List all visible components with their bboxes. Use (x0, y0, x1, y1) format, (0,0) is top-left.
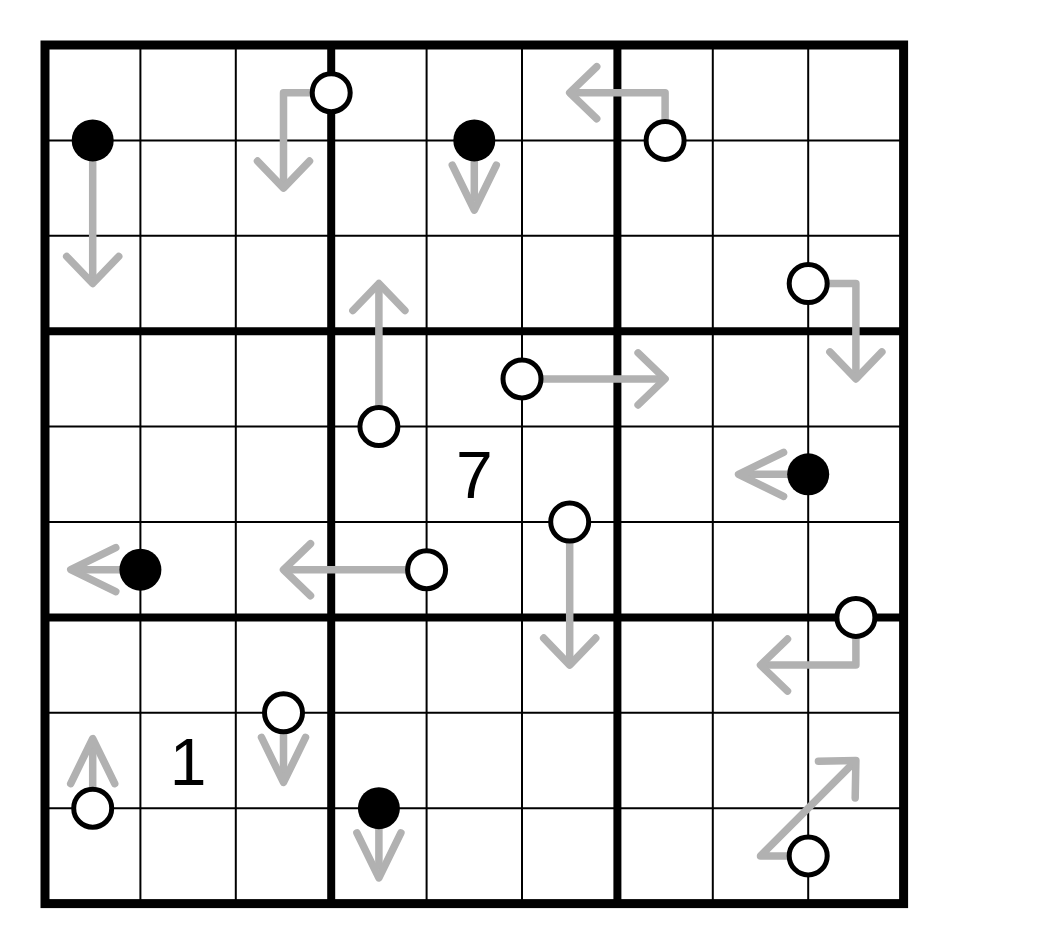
cell-r3c3[interactable] (236, 236, 331, 331)
cell-r2c8[interactable] (713, 140, 808, 235)
cell-r3c7[interactable] (617, 236, 712, 331)
white-circle-clue (789, 265, 827, 303)
cell-r7c4[interactable] (331, 617, 426, 712)
cell-r9c3[interactable] (236, 808, 331, 903)
cell-r2c6[interactable] (522, 140, 617, 235)
white-circle-clue (74, 789, 112, 827)
puzzle-page: 71 (0, 0, 1045, 950)
cell-r8c6[interactable] (522, 713, 617, 808)
white-circle-clue (265, 694, 303, 732)
white-circle-clue (360, 408, 398, 446)
cell-r7c2[interactable] (140, 617, 235, 712)
cell-r4c3[interactable] (236, 331, 331, 426)
white-circle-clue (503, 360, 541, 398)
cell-r3c2[interactable] (140, 236, 235, 331)
white-circle-clue (551, 503, 589, 541)
sudoku-board: 71 (0, 0, 1045, 950)
black-circle-clue (119, 549, 161, 591)
cell-r1c8[interactable] (713, 45, 808, 140)
cell-r6c7[interactable] (617, 522, 712, 617)
cell-r5c3[interactable] (236, 427, 331, 522)
cell-r1c9[interactable] (808, 45, 903, 140)
cell-r3c5[interactable] (427, 236, 522, 331)
cell-r6c8[interactable] (713, 522, 808, 617)
white-circle-clue (646, 121, 684, 159)
cell-r2c4[interactable] (331, 140, 426, 235)
cell-r8c5[interactable] (427, 713, 522, 808)
cell-r4c8[interactable] (713, 331, 808, 426)
black-circle-clue (787, 453, 829, 495)
cell-r7c7[interactable] (617, 617, 712, 712)
white-circle-clue (789, 837, 827, 875)
cell-r8c8[interactable] (713, 713, 808, 808)
cell-r9c2[interactable] (140, 808, 235, 903)
white-circle-clue (312, 74, 350, 112)
cell-r9c7[interactable] (617, 808, 712, 903)
cell-r9c6[interactable] (522, 808, 617, 903)
given-digit-r8c2: 1 (170, 725, 207, 799)
cell-r3c6[interactable] (522, 236, 617, 331)
white-circle-clue (408, 551, 446, 589)
black-circle-clue (72, 119, 114, 161)
cell-r5c7[interactable] (617, 427, 712, 522)
cell-r8c7[interactable] (617, 713, 712, 808)
cell-r7c1[interactable] (45, 617, 140, 712)
given-digit-r5c5: 7 (456, 438, 493, 512)
white-circle-clue (837, 598, 875, 636)
cell-r9c5[interactable] (427, 808, 522, 903)
cell-r1c2[interactable] (140, 45, 235, 140)
cell-r4c2[interactable] (140, 331, 235, 426)
cell-r2c2[interactable] (140, 140, 235, 235)
cell-r5c2[interactable] (140, 427, 235, 522)
cell-r7c5[interactable] (427, 617, 522, 712)
cell-r2c9[interactable] (808, 140, 903, 235)
cell-r5c1[interactable] (45, 427, 140, 522)
black-circle-clue (358, 787, 400, 829)
cell-r4c1[interactable] (45, 331, 140, 426)
black-circle-clue (453, 119, 495, 161)
